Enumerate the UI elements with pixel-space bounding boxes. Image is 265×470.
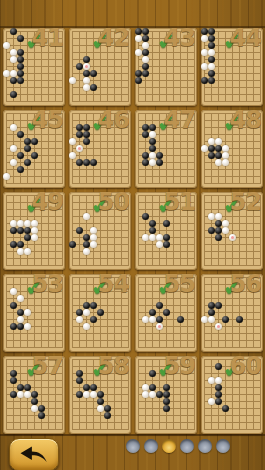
black-stone [149,138,156,145]
black-stone [17,49,24,56]
black-stone [163,220,170,227]
white-stone [142,56,149,63]
black-stone [76,131,83,138]
back-button[interactable] [9,438,59,470]
black-stone [10,227,17,234]
black-stone [215,302,222,309]
black-stone [208,152,215,159]
black-stone [90,159,97,166]
white-stone [83,77,90,84]
black-stone [142,124,149,131]
black-stone [215,234,222,241]
black-stone [201,77,208,84]
black-stone [215,145,222,152]
black-stone [222,405,229,412]
black-stone [149,220,156,227]
level-cell-57[interactable]: ✔57 [3,356,65,434]
level-grid: ✔41✔42✔43✔44✔45✔46✔47✔48✔49✔50✔51✔52✔53✔… [3,28,263,434]
black-stone [10,91,17,98]
black-stone [149,145,156,152]
black-stone [142,49,149,56]
level-cell-58[interactable]: ✔58 [69,356,131,434]
black-stone [31,152,38,159]
white-stone [229,234,236,241]
black-stone [10,241,17,248]
white-stone [31,227,38,234]
black-stone [177,316,184,323]
level-cell-51[interactable]: ✔51 [135,192,197,270]
black-stone [163,391,170,398]
white-stone [69,77,76,84]
move-marker [78,147,81,150]
move-marker [231,236,234,239]
white-stone [83,248,90,255]
white-stone [10,288,17,295]
black-stone [135,28,142,35]
white-stone [3,42,10,49]
white-stone [83,309,90,316]
black-stone [142,213,149,220]
white-stone [208,377,215,384]
level-cell-59[interactable]: ✔59 [135,356,197,434]
page-dot-3-active [162,439,176,453]
level-cell-42[interactable]: ✔42 [69,28,131,106]
bottom-bar [0,434,265,470]
black-stone [83,124,90,131]
white-stone [90,234,97,241]
black-stone [83,70,90,77]
black-stone [76,159,83,166]
level-cell-54[interactable]: ✔54 [69,274,131,352]
level-number: 41 [32,24,63,52]
black-stone [208,309,215,316]
black-stone [208,56,215,63]
white-stone [201,145,208,152]
white-stone [208,63,215,70]
level-number: 52 [230,188,261,216]
black-stone [83,234,90,241]
white-stone [208,49,215,56]
level-number: 48 [230,106,261,134]
black-stone [76,63,83,70]
black-stone [76,227,83,234]
black-stone [156,159,163,166]
white-stone [149,391,156,398]
level-cell-43[interactable]: ✔43 [135,28,197,106]
level-number: 56 [230,270,261,298]
white-stone [201,63,208,70]
black-stone [142,28,149,35]
black-stone [17,241,24,248]
level-cell-53[interactable]: ✔53 [3,274,65,352]
level-cell-47[interactable]: ✔47 [135,110,197,188]
white-stone [201,316,208,323]
level-number: 44 [230,24,261,52]
white-stone [201,35,208,42]
white-stone [135,49,142,56]
white-stone [222,227,229,234]
move-marker [217,325,220,328]
black-stone [208,145,215,152]
black-stone [149,384,156,391]
black-stone [156,391,163,398]
white-stone [17,316,24,323]
white-stone [90,241,97,248]
black-stone [10,370,17,377]
black-stone [69,241,76,248]
level-cell-52[interactable]: ✔52 [201,192,263,270]
black-stone [24,159,31,166]
level-number: 60 [230,352,261,380]
move-marker [85,65,88,68]
white-stone [24,391,31,398]
white-stone [10,70,17,77]
black-stone [76,377,83,384]
white-stone [76,145,83,152]
black-stone [76,309,83,316]
black-stone [97,309,104,316]
white-stone [3,173,10,180]
page-indicator [126,439,230,453]
white-stone [215,377,222,384]
black-stone [17,323,24,330]
white-stone [156,241,163,248]
black-stone [142,35,149,42]
black-stone [135,70,142,77]
white-stone [83,63,90,70]
white-stone [31,220,38,227]
black-stone [76,370,83,377]
black-stone [17,70,24,77]
black-stone [163,384,170,391]
white-stone [142,234,149,241]
black-stone [163,309,170,316]
white-stone [156,323,163,330]
black-stone [142,70,149,77]
white-stone [17,220,24,227]
level-cell-48[interactable]: ✔48 [201,110,263,188]
level-cell-41[interactable]: ✔41 [3,28,65,106]
level-cell-60[interactable]: ✔60 [201,356,263,434]
white-stone [69,152,76,159]
level-cell-56[interactable]: ✔56 [201,274,263,352]
black-stone [38,412,45,419]
white-stone [10,49,17,56]
black-stone [142,152,149,159]
white-stone [149,159,156,166]
page-dot-4 [180,439,194,453]
page-dot-6 [216,439,230,453]
black-stone [24,384,31,391]
white-stone [17,391,24,398]
black-stone [10,77,17,84]
black-stone [156,152,163,159]
black-stone [222,316,229,323]
white-stone [31,405,38,412]
level-cell-55[interactable]: ✔55 [135,274,197,352]
black-stone [163,398,170,405]
black-stone [17,56,24,63]
white-stone [10,56,17,63]
level-cell-45[interactable]: ✔45 [3,110,65,188]
level-cell-49[interactable]: ✔49 [3,192,65,270]
black-stone [38,405,45,412]
level-number: 47 [164,106,195,134]
white-stone [222,145,229,152]
black-stone [201,28,208,35]
black-stone [90,84,97,91]
white-stone [10,145,17,152]
level-number: 57 [32,352,63,380]
level-number: 42 [98,24,129,52]
black-stone [76,124,83,131]
black-stone [83,159,90,166]
white-stone [24,323,31,330]
black-stone [10,377,17,384]
black-stone [208,42,215,49]
black-stone [90,302,97,309]
black-stone [76,391,83,398]
black-stone [208,70,215,77]
black-stone [236,316,243,323]
black-stone [149,227,156,234]
white-stone [76,316,83,323]
white-stone [215,138,222,145]
white-stone [142,316,149,323]
level-cell-50[interactable]: ✔50 [69,192,131,270]
white-stone [149,152,156,159]
white-stone [142,391,149,398]
level-number: 49 [32,188,63,216]
white-stone [24,309,31,316]
white-stone [90,227,97,234]
level-number: 51 [164,188,195,216]
black-stone [17,152,24,159]
black-stone [90,316,97,323]
white-stone [149,234,156,241]
black-stone [17,63,24,70]
white-stone [215,159,222,166]
black-stone [10,391,17,398]
page-dot-1 [126,439,140,453]
level-number: 43 [164,24,195,52]
black-stone [104,405,111,412]
white-stone [83,213,90,220]
black-stone [215,363,222,370]
black-stone [208,302,215,309]
black-stone [10,302,17,309]
white-stone [24,248,31,255]
black-stone [142,159,149,166]
black-stone [17,77,24,84]
white-stone [215,323,222,330]
page-dot-2 [144,439,158,453]
white-stone [222,152,229,159]
level-number: 59 [164,352,195,380]
black-stone [90,384,97,391]
black-stone [24,234,31,241]
white-stone [222,220,229,227]
black-stone [31,138,38,145]
level-number: 58 [98,352,129,380]
black-stone [208,35,215,42]
black-stone [208,227,215,234]
level-number: 50 [98,188,129,216]
black-stone [135,77,142,84]
black-stone [17,384,24,391]
black-stone [24,227,31,234]
white-stone [90,391,97,398]
black-stone [31,398,38,405]
black-stone [83,384,90,391]
app-background: ✔41✔42✔43✔44✔45✔46✔47✔48✔49✔50✔51✔52✔53✔… [0,0,265,470]
black-stone [24,138,31,145]
white-stone [208,316,215,323]
white-stone [24,220,31,227]
black-stone [215,384,222,391]
black-stone [83,138,90,145]
black-stone [83,302,90,309]
black-stone [208,28,215,35]
black-stone [17,227,24,234]
level-number: 55 [164,270,195,298]
black-stone [215,391,222,398]
level-cell-44[interactable]: ✔44 [201,28,263,106]
level-number: 54 [98,270,129,298]
black-stone [215,220,222,227]
white-stone [208,398,215,405]
white-stone [10,124,17,131]
white-stone [215,213,222,220]
white-stone [208,138,215,145]
back-arrow-icon [17,443,51,467]
black-stone [142,63,149,70]
black-stone [17,35,24,42]
white-stone [222,159,229,166]
white-stone [31,234,38,241]
black-stone [142,131,149,138]
black-stone [163,241,170,248]
black-stone [156,316,163,323]
black-stone [17,309,24,316]
black-stone [83,56,90,63]
black-stone [156,302,163,309]
black-stone [149,309,156,316]
white-stone [17,248,24,255]
white-stone [142,384,149,391]
black-stone [10,323,17,330]
black-stone [97,398,104,405]
black-stone [31,391,38,398]
white-stone [97,405,104,412]
white-stone [83,84,90,91]
move-marker [158,325,161,328]
black-stone [83,131,90,138]
white-stone [83,323,90,330]
black-stone [17,131,24,138]
white-stone [17,295,24,302]
black-stone [17,166,24,173]
black-stone [149,124,156,131]
white-stone [149,316,156,323]
level-number: 46 [98,106,129,134]
black-stone [24,145,31,152]
white-stone [156,234,163,241]
white-stone [142,42,149,49]
white-stone [208,213,215,220]
white-stone [201,49,208,56]
page-dot-5 [198,439,212,453]
white-stone [3,70,10,77]
level-number: 45 [32,106,63,134]
black-stone [208,77,215,84]
black-stone [163,234,170,241]
white-stone [10,220,17,227]
white-stone [69,138,76,145]
black-stone [215,398,222,405]
level-number: 53 [32,270,63,298]
white-stone [10,159,17,166]
black-stone [83,241,90,248]
white-stone [83,391,90,398]
black-stone [10,28,17,35]
white-stone [135,35,142,42]
black-stone [163,405,170,412]
black-stone [215,152,222,159]
black-stone [90,70,97,77]
level-cell-46[interactable]: ✔46 [69,110,131,188]
white-stone [149,131,156,138]
black-stone [97,391,104,398]
black-stone [215,227,222,234]
black-stone [149,370,156,377]
black-stone [104,412,111,419]
